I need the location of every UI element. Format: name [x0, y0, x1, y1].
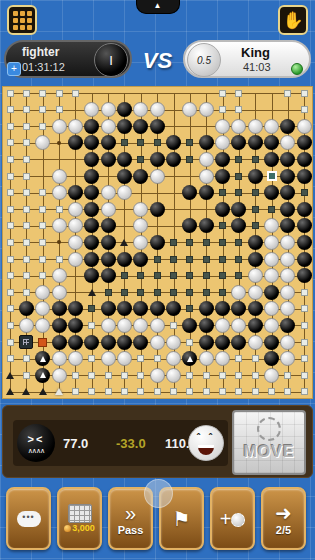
- hand-button[interactable]: ✋: [278, 5, 308, 35]
- board-point[interactable]: [84, 317, 100, 333]
- white-player-card[interactable]: 0.5 King 41:03: [183, 40, 311, 78]
- board-point[interactable]: [116, 168, 132, 184]
- board-point[interactable]: [231, 351, 247, 367]
- board-point[interactable]: [35, 118, 51, 134]
- board-point[interactable]: [166, 284, 182, 300]
- board-point[interactable]: [182, 367, 198, 383]
- menu-button[interactable]: [7, 5, 37, 35]
- board-point[interactable]: [100, 384, 116, 400]
- board-point[interactable]: [198, 151, 214, 167]
- board-point[interactable]: [182, 384, 198, 400]
- board-point[interactable]: [264, 218, 280, 234]
- board-point[interactable]: [198, 367, 214, 383]
- board-point[interactable]: [231, 85, 247, 101]
- board-point[interactable]: [2, 384, 18, 400]
- board-point[interactable]: [2, 168, 18, 184]
- board-point[interactable]: [280, 151, 296, 167]
- board-point[interactable]: [215, 284, 231, 300]
- board-point[interactable]: [182, 317, 198, 333]
- board-point[interactable]: [198, 251, 214, 267]
- board-point[interactable]: [280, 384, 296, 400]
- board-point[interactable]: [296, 251, 312, 267]
- board-point[interactable]: [18, 384, 34, 400]
- board-point[interactable]: [231, 268, 247, 284]
- board-point[interactable]: [198, 351, 214, 367]
- board-point[interactable]: [264, 268, 280, 284]
- board-point[interactable]: [18, 301, 34, 317]
- board-point[interactable]: [231, 135, 247, 151]
- board-point[interactable]: [149, 334, 165, 350]
- board-point[interactable]: [215, 367, 231, 383]
- board-point[interactable]: [51, 301, 67, 317]
- board-point[interactable]: [133, 168, 149, 184]
- board-point[interactable]: [133, 284, 149, 300]
- board-point[interactable]: [198, 334, 214, 350]
- board-point[interactable]: [84, 135, 100, 151]
- board-point[interactable]: [215, 85, 231, 101]
- board-point[interactable]: [280, 135, 296, 151]
- board-point[interactable]: [116, 135, 132, 151]
- board-point[interactable]: [215, 384, 231, 400]
- board-point[interactable]: [231, 367, 247, 383]
- board-point[interactable]: [198, 102, 214, 118]
- board-point[interactable]: [264, 234, 280, 250]
- board-point[interactable]: [2, 284, 18, 300]
- board-point[interactable]: [182, 351, 198, 367]
- board-point[interactable]: [231, 185, 247, 201]
- board-point[interactable]: [182, 268, 198, 284]
- board-point[interactable]: [247, 135, 263, 151]
- black-player-emoji[interactable]: >< ∧∧∧∧: [17, 424, 55, 462]
- board-point[interactable]: [84, 102, 100, 118]
- board-point[interactable]: [280, 168, 296, 184]
- board-point[interactable]: [296, 367, 312, 383]
- board-point[interactable]: [51, 334, 67, 350]
- score-estimate-button[interactable]: 3,000: [57, 487, 102, 550]
- board-point[interactable]: [84, 218, 100, 234]
- board-point[interactable]: [18, 151, 34, 167]
- board-point[interactable]: [280, 284, 296, 300]
- board-point[interactable]: [166, 317, 182, 333]
- board-point[interactable]: [215, 301, 231, 317]
- board-point[interactable]: [100, 301, 116, 317]
- board-point[interactable]: [116, 251, 132, 267]
- board-point[interactable]: [51, 118, 67, 134]
- board-point[interactable]: [51, 317, 67, 333]
- board-point[interactable]: [198, 135, 214, 151]
- board-point[interactable]: [149, 301, 165, 317]
- board-point[interactable]: [18, 268, 34, 284]
- board-point[interactable]: [198, 284, 214, 300]
- board-point[interactable]: [198, 234, 214, 250]
- board-point[interactable]: [182, 251, 198, 267]
- board-point[interactable]: [296, 218, 312, 234]
- board-point[interactable]: [35, 268, 51, 284]
- board-point[interactable]: [2, 201, 18, 217]
- board-point[interactable]: [2, 151, 18, 167]
- board-point[interactable]: [231, 251, 247, 267]
- board-point[interactable]: [182, 102, 198, 118]
- board-point[interactable]: [280, 301, 296, 317]
- board-point[interactable]: [264, 168, 280, 184]
- board-point[interactable]: [215, 234, 231, 250]
- board-point[interactable]: [296, 151, 312, 167]
- board-point[interactable]: [100, 317, 116, 333]
- board-point[interactable]: [247, 268, 263, 284]
- board-point[interactable]: [231, 102, 247, 118]
- board-point[interactable]: [18, 284, 34, 300]
- board-point[interactable]: [166, 301, 182, 317]
- board-point[interactable]: [2, 317, 18, 333]
- board-point[interactable]: [280, 118, 296, 134]
- board-point[interactable]: [247, 317, 263, 333]
- board-point[interactable]: [280, 317, 296, 333]
- board-point[interactable]: [35, 284, 51, 300]
- board-point[interactable]: [247, 367, 263, 383]
- board-point[interactable]: [215, 218, 231, 234]
- board-point[interactable]: [149, 367, 165, 383]
- board-point[interactable]: [2, 102, 18, 118]
- board-point[interactable]: [280, 85, 296, 101]
- board-point[interactable]: [182, 284, 198, 300]
- board-point[interactable]: [296, 268, 312, 284]
- board-point[interactable]: [2, 268, 18, 284]
- board-point[interactable]: [166, 351, 182, 367]
- board-point[interactable]: [116, 301, 132, 317]
- board-point[interactable]: [35, 234, 51, 250]
- board-point[interactable]: [296, 118, 312, 134]
- board-point[interactable]: [100, 251, 116, 267]
- board-point[interactable]: [264, 301, 280, 317]
- board-point[interactable]: [247, 185, 263, 201]
- board-point[interactable]: [18, 351, 34, 367]
- board-point[interactable]: [296, 201, 312, 217]
- board-point[interactable]: [116, 367, 132, 383]
- board-point[interactable]: [133, 301, 149, 317]
- board-point[interactable]: [149, 284, 165, 300]
- board-point[interactable]: [35, 317, 51, 333]
- board-point[interactable]: [280, 351, 296, 367]
- board-point[interactable]: [51, 85, 67, 101]
- board-point[interactable]: [100, 367, 116, 383]
- board-point[interactable]: [100, 334, 116, 350]
- board-point[interactable]: [149, 268, 165, 284]
- board-point[interactable]: [18, 135, 34, 151]
- board-point[interactable]: [133, 351, 149, 367]
- board-point[interactable]: [247, 151, 263, 167]
- board-point[interactable]: [133, 151, 149, 167]
- board-point[interactable]: [35, 251, 51, 267]
- board-point[interactable]: [198, 317, 214, 333]
- board-point[interactable]: [296, 284, 312, 300]
- board-point[interactable]: [116, 317, 132, 333]
- board-point[interactable]: [215, 151, 231, 167]
- black-player-card[interactable]: fighter 01:31:12 + I: [4, 40, 132, 78]
- board-point[interactable]: [35, 185, 51, 201]
- board-point[interactable]: [35, 102, 51, 118]
- board-point[interactable]: [133, 251, 149, 267]
- board-point[interactable]: [51, 168, 67, 184]
- board-point[interactable]: [67, 334, 83, 350]
- board-point[interactable]: [149, 102, 165, 118]
- board-point[interactable]: [133, 317, 149, 333]
- board-point[interactable]: [296, 317, 312, 333]
- board-point[interactable]: [2, 367, 18, 383]
- board-point[interactable]: [100, 351, 116, 367]
- board-point[interactable]: [296, 301, 312, 317]
- board-point[interactable]: [2, 351, 18, 367]
- board-point[interactable]: [51, 185, 67, 201]
- board-point[interactable]: [18, 85, 34, 101]
- board-point[interactable]: [35, 218, 51, 234]
- board-point[interactable]: [67, 317, 83, 333]
- board-point[interactable]: [51, 218, 67, 234]
- board-point[interactable]: [247, 384, 263, 400]
- add-stone-button[interactable]: +: [210, 487, 255, 550]
- board-point[interactable]: [2, 301, 18, 317]
- board-point[interactable]: [182, 301, 198, 317]
- board-point[interactable]: [67, 351, 83, 367]
- board-point[interactable]: [149, 118, 165, 134]
- board-point[interactable]: [264, 334, 280, 350]
- board-point[interactable]: [18, 118, 34, 134]
- board-point[interactable]: [18, 201, 34, 217]
- board-point[interactable]: [2, 185, 18, 201]
- board-point[interactable]: [166, 334, 182, 350]
- board-point[interactable]: [231, 384, 247, 400]
- board-point[interactable]: [84, 168, 100, 184]
- board-point[interactable]: [35, 384, 51, 400]
- board-point[interactable]: [264, 384, 280, 400]
- board-point[interactable]: [84, 334, 100, 350]
- board-point[interactable]: [67, 234, 83, 250]
- board-point[interactable]: [264, 201, 280, 217]
- board-point[interactable]: [182, 234, 198, 250]
- board-point[interactable]: [2, 85, 18, 101]
- board-point[interactable]: [182, 218, 198, 234]
- board-point[interactable]: [84, 118, 100, 134]
- board-point[interactable]: [149, 201, 165, 217]
- board-point[interactable]: [67, 201, 83, 217]
- board-point[interactable]: [100, 284, 116, 300]
- board-point[interactable]: [149, 151, 165, 167]
- board-point[interactable]: [84, 234, 100, 250]
- board-point[interactable]: [67, 218, 83, 234]
- board-point[interactable]: [280, 234, 296, 250]
- board-point[interactable]: [18, 185, 34, 201]
- board-point[interactable]: [247, 284, 263, 300]
- board-point[interactable]: [198, 301, 214, 317]
- board-point[interactable]: [166, 367, 182, 383]
- board-point[interactable]: [116, 102, 132, 118]
- board-point[interactable]: [2, 118, 18, 134]
- board-point[interactable]: [84, 151, 100, 167]
- board-point[interactable]: [264, 251, 280, 267]
- board-point[interactable]: [166, 135, 182, 151]
- board-point[interactable]: [116, 334, 132, 350]
- board-point[interactable]: [35, 351, 51, 367]
- board-point[interactable]: [198, 218, 214, 234]
- board-point[interactable]: [215, 185, 231, 201]
- board-point[interactable]: [100, 218, 116, 234]
- board-point[interactable]: [149, 317, 165, 333]
- board-point[interactable]: [18, 317, 34, 333]
- board-point[interactable]: [247, 168, 263, 184]
- board-point[interactable]: [84, 185, 100, 201]
- board-point[interactable]: [166, 251, 182, 267]
- board-point[interactable]: [182, 151, 198, 167]
- board-point[interactable]: [116, 151, 132, 167]
- board-point[interactable]: [280, 201, 296, 217]
- board-point[interactable]: [100, 201, 116, 217]
- board-point[interactable]: [215, 317, 231, 333]
- board-point[interactable]: [149, 351, 165, 367]
- floating-assist-button[interactable]: [144, 479, 173, 508]
- board-point[interactable]: [2, 334, 18, 350]
- board-point[interactable]: [84, 284, 100, 300]
- board-point[interactable]: [231, 168, 247, 184]
- board-point[interactable]: [2, 218, 18, 234]
- board-point[interactable]: [264, 118, 280, 134]
- board-point[interactable]: [67, 185, 83, 201]
- chat-button[interactable]: •••: [6, 487, 51, 550]
- board-point[interactable]: [166, 268, 182, 284]
- board-point[interactable]: [247, 251, 263, 267]
- board-point[interactable]: [166, 234, 182, 250]
- board-point[interactable]: [198, 168, 214, 184]
- board-point[interactable]: [84, 268, 100, 284]
- board-point[interactable]: [264, 284, 280, 300]
- board-point[interactable]: [18, 218, 34, 234]
- next-button[interactable]: ➜ 2/5: [261, 487, 306, 550]
- board-point[interactable]: [84, 367, 100, 383]
- board-point[interactable]: [84, 251, 100, 267]
- board-point[interactable]: [247, 218, 263, 234]
- board-point[interactable]: [215, 334, 231, 350]
- board-point[interactable]: [51, 367, 67, 383]
- board-point[interactable]: [166, 151, 182, 167]
- board-point[interactable]: [18, 102, 34, 118]
- board-point[interactable]: [280, 268, 296, 284]
- board-point[interactable]: [116, 268, 132, 284]
- board-point[interactable]: [215, 135, 231, 151]
- board-point[interactable]: [35, 85, 51, 101]
- board-point[interactable]: [67, 85, 83, 101]
- board-point[interactable]: [67, 367, 83, 383]
- board-point[interactable]: [133, 234, 149, 250]
- board-point[interactable]: [100, 234, 116, 250]
- board-point[interactable]: [84, 301, 100, 317]
- board-point[interactable]: [264, 135, 280, 151]
- board-point[interactable]: [247, 201, 263, 217]
- board-point[interactable]: [67, 135, 83, 151]
- board-point[interactable]: [84, 351, 100, 367]
- go-board[interactable]: [2, 86, 313, 399]
- board-point[interactable]: [116, 284, 132, 300]
- board-point[interactable]: [51, 384, 67, 400]
- board-point[interactable]: [231, 317, 247, 333]
- board-point[interactable]: [280, 218, 296, 234]
- board-point[interactable]: [198, 185, 214, 201]
- board-point[interactable]: [51, 351, 67, 367]
- board-point[interactable]: [51, 102, 67, 118]
- board-point[interactable]: [296, 234, 312, 250]
- board-point[interactable]: [280, 251, 296, 267]
- board-point[interactable]: [51, 268, 67, 284]
- board-point[interactable]: [231, 218, 247, 234]
- board-point[interactable]: [247, 351, 263, 367]
- board-point[interactable]: [116, 118, 132, 134]
- board-point[interactable]: [231, 284, 247, 300]
- board-point[interactable]: [182, 185, 198, 201]
- board-point[interactable]: [67, 118, 83, 134]
- board-point[interactable]: [116, 384, 132, 400]
- board-point[interactable]: [198, 268, 214, 284]
- board-point[interactable]: [215, 102, 231, 118]
- board-point[interactable]: [296, 185, 312, 201]
- board-point[interactable]: [100, 102, 116, 118]
- board-point[interactable]: [247, 301, 263, 317]
- board-point[interactable]: [133, 118, 149, 134]
- board-point[interactable]: [296, 102, 312, 118]
- board-point[interactable]: [149, 251, 165, 267]
- pull-down-tab[interactable]: ▲: [136, 0, 180, 14]
- board-point[interactable]: [100, 118, 116, 134]
- board-point[interactable]: [296, 168, 312, 184]
- board-point[interactable]: [35, 135, 51, 151]
- board-point[interactable]: [215, 351, 231, 367]
- board-point[interactable]: [296, 85, 312, 101]
- board-point[interactable]: [231, 151, 247, 167]
- board-point[interactable]: [149, 168, 165, 184]
- board-point[interactable]: [247, 334, 263, 350]
- board-point[interactable]: [18, 251, 34, 267]
- board-point[interactable]: [35, 334, 51, 350]
- board-point[interactable]: [51, 284, 67, 300]
- board-point[interactable]: [149, 234, 165, 250]
- board-point[interactable]: [18, 234, 34, 250]
- board-point[interactable]: [215, 201, 231, 217]
- board-point[interactable]: [67, 251, 83, 267]
- board-point[interactable]: [100, 151, 116, 167]
- board-point[interactable]: [215, 251, 231, 267]
- board-point[interactable]: [18, 367, 34, 383]
- board-point[interactable]: [100, 185, 116, 201]
- board-point[interactable]: [84, 384, 100, 400]
- board-point[interactable]: [67, 301, 83, 317]
- board-point[interactable]: [35, 367, 51, 383]
- board-point[interactable]: [182, 334, 198, 350]
- board-point[interactable]: [264, 151, 280, 167]
- board-point[interactable]: [231, 334, 247, 350]
- board-point[interactable]: [133, 102, 149, 118]
- board-point[interactable]: [182, 135, 198, 151]
- board-point[interactable]: [133, 367, 149, 383]
- board-point[interactable]: [215, 168, 231, 184]
- board-point[interactable]: [18, 168, 34, 184]
- board-point[interactable]: [116, 351, 132, 367]
- board-point[interactable]: [133, 384, 149, 400]
- white-player-emoji[interactable]: ˆ ˆ: [188, 425, 224, 461]
- board-point[interactable]: [2, 251, 18, 267]
- board-point[interactable]: [84, 201, 100, 217]
- board-point[interactable]: [280, 334, 296, 350]
- board-point[interactable]: [247, 234, 263, 250]
- board-point[interactable]: [100, 268, 116, 284]
- board-point[interactable]: [264, 351, 280, 367]
- board-point[interactable]: [215, 268, 231, 284]
- board-point[interactable]: [133, 201, 149, 217]
